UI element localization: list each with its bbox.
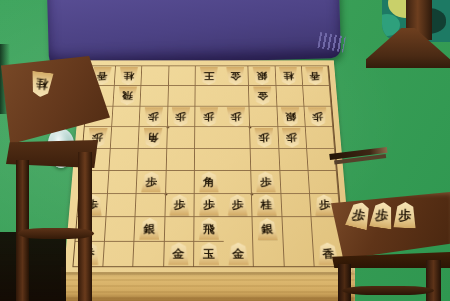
board-square — [195, 127, 223, 149]
shogi-piece[interactable]: 歩 — [226, 107, 246, 126]
shogi-piece[interactable]: 歩 — [171, 107, 191, 126]
board-square — [110, 149, 139, 171]
board-square: 飛 — [114, 86, 142, 106]
board-square: 飛 — [194, 217, 224, 241]
shogi-piece[interactable]: 銀 — [252, 67, 272, 85]
board-grid: 香桂王金銀桂香飛金歩歩歩歩銀歩歩角歩歩歩角歩歩歩歩歩桂歩銀飛銀香金玉金香 — [72, 66, 345, 268]
board-square: 金 — [249, 86, 277, 106]
board-square — [223, 149, 252, 171]
shogi-game-photo-scene: 香桂王金銀桂香飛金歩歩歩歩銀歩歩角歩歩歩角歩歩歩歩歩桂歩銀飛銀香金玉金香 桂 歩… — [0, 0, 450, 301]
shogi-piece[interactable]: 歩 — [254, 128, 275, 148]
board-square — [276, 86, 304, 106]
board-square: 桂 — [275, 66, 303, 86]
captured-piece[interactable]: 歩 — [393, 202, 418, 229]
shogi-piece[interactable]: 銀 — [138, 218, 160, 240]
board-square — [250, 106, 278, 127]
board-square — [303, 86, 332, 106]
board-square: 角 — [139, 127, 168, 149]
sente-captured-pieces: 歩歩歩 — [350, 202, 417, 228]
shogi-piece[interactable]: 王 — [199, 67, 219, 85]
board-square: 玉 — [194, 241, 224, 266]
table-leg — [426, 260, 441, 301]
shogi-piece[interactable]: 金 — [225, 67, 245, 85]
shogi-piece[interactable]: 角 — [142, 128, 163, 148]
shogi-piece[interactable]: 金 — [167, 243, 189, 266]
right-komadai-table: 歩歩歩 — [326, 188, 450, 301]
board-square — [142, 66, 169, 86]
board-square: 金 — [164, 241, 194, 266]
table-stretcher — [342, 286, 434, 295]
shogi-piece[interactable]: 金 — [252, 87, 272, 105]
captured-piece[interactable]: 桂 — [29, 71, 55, 99]
board-square — [283, 241, 314, 266]
board-square: 銀 — [135, 217, 165, 241]
board-square — [136, 194, 166, 217]
board-square: 歩 — [165, 194, 194, 217]
shogi-piece[interactable]: 歩 — [255, 172, 277, 193]
board-square — [166, 171, 195, 194]
shogi-piece[interactable]: 歩 — [198, 194, 219, 215]
shogi-piece[interactable]: 桂 — [278, 67, 298, 85]
shogi-piece[interactable]: 歩 — [140, 172, 162, 193]
board-square: 桂 — [252, 194, 282, 217]
board-square — [167, 127, 195, 149]
left-komadai-top — [0, 56, 110, 152]
shogi-piece[interactable]: 歩 — [199, 107, 219, 126]
shogi-piece[interactable]: 玉 — [198, 243, 220, 266]
board-square: 歩 — [137, 171, 166, 194]
table-shadow — [0, 232, 66, 301]
shogi-piece[interactable]: 歩 — [227, 194, 249, 215]
board-square — [169, 66, 196, 86]
gote-captured-pieces: 桂 — [30, 72, 53, 97]
table-leg — [338, 264, 351, 301]
board-square — [134, 241, 165, 266]
board-square — [280, 171, 310, 194]
board-square — [282, 217, 313, 241]
shogi-piece[interactable]: 歩 — [143, 107, 164, 126]
board-square — [251, 149, 280, 171]
board-square: 角 — [195, 171, 224, 194]
board-square: 王 — [195, 66, 222, 86]
board-square — [279, 149, 308, 171]
board-square: 歩 — [252, 171, 281, 194]
board-square — [168, 86, 195, 106]
board-square — [222, 86, 249, 106]
shogi-piece[interactable]: 歩 — [281, 128, 302, 148]
shogi-piece[interactable]: 飛 — [117, 87, 138, 105]
board-square: 香 — [302, 66, 330, 86]
shogi-piece[interactable]: 金 — [227, 243, 249, 266]
captured-piece[interactable]: 歩 — [368, 200, 395, 229]
board-square — [112, 106, 141, 127]
shogi-piece[interactable]: 銀 — [256, 218, 278, 240]
board-square — [306, 127, 335, 149]
board-square: 歩 — [250, 127, 279, 149]
shogi-piece[interactable]: 桂 — [256, 194, 278, 215]
table-stretcher — [18, 228, 94, 239]
shogi-piece[interactable]: 香 — [305, 67, 326, 85]
board-square — [224, 217, 254, 241]
table-leg — [78, 152, 92, 301]
board-square — [195, 86, 222, 106]
board-square: 歩 — [194, 194, 223, 217]
board-square — [223, 171, 252, 194]
board-square — [253, 241, 284, 266]
board-square — [108, 171, 138, 194]
board-square: 銀 — [249, 66, 276, 86]
board-square: 歩 — [195, 106, 223, 127]
shogi-piece[interactable]: 飛 — [198, 218, 220, 240]
board-square: 歩 — [223, 194, 252, 217]
board-square: 歩 — [140, 106, 168, 127]
board-square — [111, 127, 140, 149]
board-square: 金 — [222, 66, 249, 86]
board-square — [195, 149, 223, 171]
shogi-piece[interactable]: 角 — [198, 172, 219, 193]
board-square — [141, 86, 169, 106]
board-square: 金 — [224, 241, 254, 266]
board-square: 歩 — [167, 106, 195, 127]
board-square: 銀 — [253, 217, 283, 241]
board-square: 桂 — [115, 66, 143, 86]
shogi-piece[interactable]: 桂 — [118, 67, 138, 85]
board-square — [281, 194, 311, 217]
board-square — [138, 149, 167, 171]
board-square: 銀 — [277, 106, 306, 127]
left-komadai-table: 桂 — [0, 56, 112, 301]
board-square — [164, 217, 194, 241]
board-square — [223, 127, 251, 149]
shogi-piece[interactable]: 歩 — [169, 194, 190, 215]
board-square: 歩 — [304, 106, 333, 127]
shogi-piece[interactable]: 銀 — [280, 107, 301, 126]
board-square: 歩 — [278, 127, 307, 149]
board-square — [166, 149, 195, 171]
shogi-piece[interactable]: 歩 — [307, 107, 328, 126]
board-square: 歩 — [223, 106, 251, 127]
